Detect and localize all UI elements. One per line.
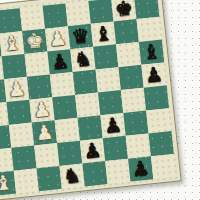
square-g5[interactable] bbox=[118, 65, 143, 90]
square-e5[interactable] bbox=[73, 70, 98, 95]
square-h3[interactable] bbox=[146, 108, 171, 133]
square-f2[interactable] bbox=[103, 136, 128, 161]
square-d6[interactable]: ♟ bbox=[47, 49, 72, 74]
square-g6[interactable] bbox=[116, 42, 141, 67]
square-b4[interactable] bbox=[6, 100, 31, 125]
square-d5[interactable] bbox=[50, 72, 75, 97]
square-c7[interactable]: ♚ bbox=[22, 29, 47, 54]
square-e2[interactable]: ♟ bbox=[80, 138, 105, 163]
black-pawn[interactable]: ♟ bbox=[128, 156, 153, 181]
square-g1[interactable]: ♟ bbox=[128, 156, 153, 181]
square-g7[interactable] bbox=[114, 19, 139, 44]
chess-board-grid: ♚♛♝♚♟♛♝♞♟♞♝♟♟♟♟♟♟♝♞♟ bbox=[0, 0, 176, 196]
square-g8[interactable]: ♚ bbox=[111, 0, 136, 21]
square-h1[interactable] bbox=[151, 154, 176, 179]
square-f3[interactable]: ♟ bbox=[100, 113, 125, 138]
chess-board: ♚♛♝♚♟♛♝♞♟♞♝♟♟♟♟♟♟♝♞♟ bbox=[0, 0, 182, 200]
black-pawn[interactable]: ♟ bbox=[80, 138, 105, 163]
square-d1[interactable]: ♞ bbox=[59, 164, 84, 189]
square-h2[interactable] bbox=[149, 131, 174, 156]
square-c6[interactable] bbox=[25, 52, 50, 77]
square-b1[interactable] bbox=[14, 168, 39, 193]
square-b7[interactable]: ♝ bbox=[0, 31, 25, 56]
square-f7[interactable]: ♝ bbox=[91, 21, 116, 46]
square-d3[interactable] bbox=[55, 118, 80, 143]
square-f6[interactable] bbox=[93, 44, 118, 69]
white-pawn[interactable]: ♟ bbox=[32, 120, 57, 145]
square-h4[interactable] bbox=[144, 85, 169, 110]
square-g3[interactable] bbox=[123, 111, 148, 136]
white-king[interactable]: ♚ bbox=[22, 29, 47, 54]
black-bishop[interactable]: ♝ bbox=[91, 21, 116, 46]
square-c1[interactable] bbox=[37, 166, 62, 191]
black-knight[interactable]: ♞ bbox=[70, 47, 95, 72]
black-pawn[interactable]: ♟ bbox=[100, 113, 125, 138]
square-f1[interactable] bbox=[105, 159, 130, 184]
square-b5[interactable]: ♟ bbox=[4, 77, 29, 102]
square-f5[interactable] bbox=[96, 67, 121, 92]
square-h5[interactable]: ♟ bbox=[141, 62, 166, 87]
white-bishop[interactable]: ♝ bbox=[0, 31, 25, 56]
square-c3[interactable]: ♟ bbox=[32, 120, 57, 145]
square-g4[interactable] bbox=[121, 88, 146, 113]
white-pawn[interactable]: ♟ bbox=[4, 77, 29, 102]
square-e6[interactable]: ♞ bbox=[70, 47, 95, 72]
board-photo: ♚♛♝♚♟♛♝♞♟♞♝♟♟♟♟♟♟♝♞♟ bbox=[0, 0, 200, 200]
black-king[interactable]: ♚ bbox=[111, 0, 136, 21]
black-pawn[interactable]: ♟ bbox=[141, 62, 166, 87]
black-pawn[interactable]: ♟ bbox=[47, 49, 72, 74]
square-d4[interactable] bbox=[52, 95, 77, 120]
square-c2[interactable] bbox=[34, 143, 59, 168]
square-b3[interactable] bbox=[9, 123, 34, 148]
square-e1[interactable] bbox=[82, 161, 107, 186]
square-b2[interactable] bbox=[11, 145, 36, 170]
square-e4[interactable] bbox=[75, 92, 100, 117]
black-knight[interactable]: ♞ bbox=[59, 164, 84, 189]
